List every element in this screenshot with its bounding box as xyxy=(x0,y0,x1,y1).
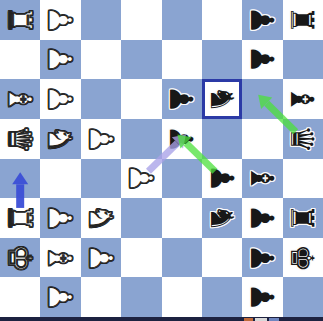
square-6-1[interactable]: ♟ xyxy=(242,40,282,80)
window-bottom-bar xyxy=(0,317,323,321)
white-pawn[interactable]: ♟ xyxy=(45,5,77,34)
white-bishop[interactable]: ♝ xyxy=(4,85,36,114)
square-4-3[interactable]: ♟ xyxy=(162,119,202,159)
square-2-4[interactable] xyxy=(81,159,121,199)
square-0-6[interactable]: ♚ xyxy=(0,238,40,278)
square-4-6[interactable] xyxy=(162,238,202,278)
square-6-2[interactable] xyxy=(242,79,282,119)
square-3-3[interactable] xyxy=(121,119,161,159)
white-rook[interactable]: ♜ xyxy=(4,204,36,233)
black-pawn[interactable]: ♟ xyxy=(246,243,278,272)
square-6-0[interactable]: ♟ xyxy=(242,0,282,40)
square-1-1[interactable]: ♟ xyxy=(40,40,80,80)
white-bishop[interactable]: ♝ xyxy=(45,243,77,272)
white-pawn[interactable]: ♟ xyxy=(45,45,77,74)
square-5-6[interactable] xyxy=(202,238,242,278)
black-pawn[interactable]: ♟ xyxy=(206,164,238,193)
square-5-1[interactable] xyxy=(202,40,242,80)
square-3-2[interactable] xyxy=(121,79,161,119)
square-1-7[interactable]: ♟ xyxy=(40,277,80,317)
square-0-7[interactable] xyxy=(0,277,40,317)
chess-app: ♜♟♟♜♟♟♝♟♟♞♝♛♞♟♟♛♟♟♝♜♟♞♞♟♜♚♝♟♟♚♟♟ xyxy=(0,0,323,321)
white-knight[interactable]: ♞ xyxy=(85,204,117,233)
white-king[interactable]: ♚ xyxy=(4,243,36,272)
square-4-2[interactable]: ♟ xyxy=(162,79,202,119)
square-6-6[interactable]: ♟ xyxy=(242,238,282,278)
square-5-3[interactable] xyxy=(202,119,242,159)
black-rook[interactable]: ♜ xyxy=(287,5,319,34)
square-2-2[interactable] xyxy=(81,79,121,119)
square-1-0[interactable]: ♟ xyxy=(40,0,80,40)
square-0-5[interactable]: ♜ xyxy=(0,198,40,238)
square-2-1[interactable] xyxy=(81,40,121,80)
square-2-3[interactable]: ♟ xyxy=(81,119,121,159)
square-5-7[interactable] xyxy=(202,277,242,317)
square-7-1[interactable] xyxy=(283,40,323,80)
square-6-7[interactable]: ♟ xyxy=(242,277,282,317)
square-0-1[interactable] xyxy=(0,40,40,80)
white-pawn[interactable]: ♟ xyxy=(45,85,77,114)
square-1-4[interactable] xyxy=(40,159,80,199)
square-2-6[interactable]: ♟ xyxy=(81,238,121,278)
square-2-5[interactable]: ♞ xyxy=(81,198,121,238)
square-0-4[interactable] xyxy=(0,159,40,199)
chess-board: ♜♟♟♜♟♟♝♟♟♞♝♛♞♟♟♛♟♟♝♜♟♞♞♟♜♚♝♟♟♚♟♟ xyxy=(0,0,323,317)
square-4-0[interactable] xyxy=(162,0,202,40)
square-2-0[interactable] xyxy=(81,0,121,40)
square-2-7[interactable] xyxy=(81,277,121,317)
square-7-6[interactable]: ♚ xyxy=(283,238,323,278)
square-4-1[interactable] xyxy=(162,40,202,80)
white-pawn[interactable]: ♟ xyxy=(45,283,77,312)
white-pawn[interactable]: ♟ xyxy=(85,124,117,153)
square-1-5[interactable]: ♟ xyxy=(40,198,80,238)
white-pawn[interactable]: ♟ xyxy=(45,204,77,233)
square-5-0[interactable] xyxy=(202,0,242,40)
black-knight[interactable]: ♞ xyxy=(206,204,238,233)
square-3-5[interactable] xyxy=(121,198,161,238)
black-king[interactable]: ♚ xyxy=(287,243,319,272)
square-0-3[interactable]: ♛ xyxy=(0,119,40,159)
black-bishop[interactable]: ♝ xyxy=(287,85,319,114)
white-pawn[interactable]: ♟ xyxy=(85,243,117,272)
black-pawn[interactable]: ♟ xyxy=(166,124,198,153)
square-4-4[interactable] xyxy=(162,159,202,199)
black-queen[interactable]: ♛ xyxy=(287,124,319,153)
square-5-4[interactable]: ♟ xyxy=(202,159,242,199)
square-4-5[interactable] xyxy=(162,198,202,238)
square-0-2[interactable]: ♝ xyxy=(0,79,40,119)
square-7-3[interactable]: ♛ xyxy=(283,119,323,159)
black-pawn[interactable]: ♟ xyxy=(246,5,278,34)
white-knight[interactable]: ♞ xyxy=(45,124,77,153)
square-7-5[interactable]: ♜ xyxy=(283,198,323,238)
black-rook[interactable]: ♜ xyxy=(287,204,319,233)
square-7-7[interactable] xyxy=(283,277,323,317)
black-pawn[interactable]: ♟ xyxy=(246,283,278,312)
square-4-7[interactable] xyxy=(162,277,202,317)
square-3-4[interactable]: ♟ xyxy=(121,159,161,199)
square-3-0[interactable] xyxy=(121,0,161,40)
black-bishop[interactable]: ♝ xyxy=(246,164,278,193)
square-3-6[interactable] xyxy=(121,238,161,278)
square-3-1[interactable] xyxy=(121,40,161,80)
white-rook[interactable]: ♜ xyxy=(4,5,36,34)
black-pawn[interactable]: ♟ xyxy=(246,204,278,233)
square-6-5[interactable]: ♟ xyxy=(242,198,282,238)
square-7-2[interactable]: ♝ xyxy=(283,79,323,119)
square-6-3[interactable] xyxy=(242,119,282,159)
square-3-7[interactable] xyxy=(121,277,161,317)
square-5-5[interactable]: ♞ xyxy=(202,198,242,238)
black-knight[interactable]: ♞ xyxy=(206,85,238,114)
square-7-4[interactable] xyxy=(283,159,323,199)
black-pawn[interactable]: ♟ xyxy=(166,85,198,114)
square-0-0[interactable]: ♜ xyxy=(0,0,40,40)
square-1-3[interactable]: ♞ xyxy=(40,119,80,159)
black-pawn[interactable]: ♟ xyxy=(246,45,278,74)
white-queen[interactable]: ♛ xyxy=(4,124,36,153)
square-1-6[interactable]: ♝ xyxy=(40,238,80,278)
highlighted-square-5-2[interactable]: ♞ xyxy=(202,79,242,119)
square-7-0[interactable]: ♜ xyxy=(283,0,323,40)
square-6-4[interactable]: ♝ xyxy=(242,159,282,199)
square-1-2[interactable]: ♟ xyxy=(40,79,80,119)
white-pawn[interactable]: ♟ xyxy=(125,164,157,193)
